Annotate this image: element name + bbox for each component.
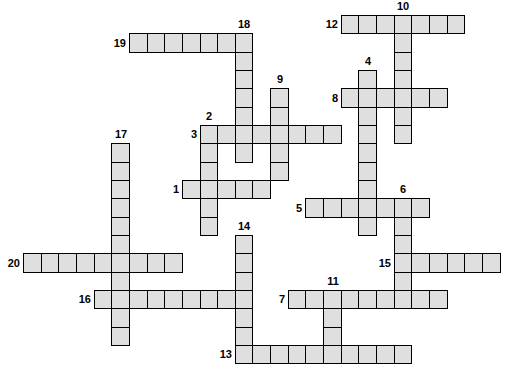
crossword-cell[interactable] <box>288 125 306 144</box>
crossword-cell[interactable] <box>482 253 501 273</box>
crossword-cell[interactable] <box>94 253 112 273</box>
crossword-cell[interactable] <box>323 327 342 346</box>
crossword-cell[interactable] <box>200 125 218 144</box>
crossword-cell[interactable] <box>235 235 253 254</box>
crossword-cell[interactable] <box>394 198 412 218</box>
crossword-cell[interactable] <box>411 290 430 309</box>
clue-number: 15 <box>351 253 391 273</box>
crossword-cell[interactable] <box>94 290 112 309</box>
crossword-cell[interactable] <box>200 180 218 199</box>
crossword-cell[interactable] <box>270 162 289 181</box>
crossword-cell[interactable] <box>394 52 412 71</box>
crossword-cell[interactable] <box>111 290 130 309</box>
clue-number: 14 <box>224 220 264 233</box>
crossword-cell[interactable] <box>235 33 253 53</box>
crossword-cell[interactable] <box>376 15 395 34</box>
crossword-cell[interactable] <box>182 33 201 53</box>
crossword-cell[interactable] <box>394 107 412 126</box>
crossword-cell[interactable] <box>252 125 271 144</box>
crossword-cell[interactable] <box>411 88 430 108</box>
crossword-cell[interactable] <box>394 70 412 89</box>
crossword-cell[interactable] <box>252 180 271 199</box>
clue-number: 1 <box>139 180 179 199</box>
crossword-cell[interactable] <box>411 198 430 218</box>
clue-number: 10 <box>383 0 423 13</box>
crossword-cell[interactable] <box>217 290 236 309</box>
crossword-cell[interactable] <box>235 272 253 291</box>
crossword-cell[interactable] <box>411 15 430 34</box>
crossword-cell[interactable] <box>358 70 377 89</box>
crossword-cell[interactable] <box>111 162 130 181</box>
crossword-cell[interactable] <box>394 217 412 236</box>
crossword-cell[interactable] <box>447 15 465 34</box>
crossword-cell[interactable] <box>358 345 377 364</box>
crossword-cell[interactable] <box>200 198 218 218</box>
crossword-cell[interactable] <box>394 33 412 53</box>
crossword-cell[interactable] <box>394 345 412 364</box>
crossword-cell[interactable] <box>111 180 130 199</box>
crossword-cell[interactable] <box>341 290 359 309</box>
crossword-cell[interactable] <box>376 345 395 364</box>
crossword-cell[interactable] <box>341 198 359 218</box>
clue-number: 4 <box>348 55 388 68</box>
crossword-cell[interactable] <box>323 345 342 364</box>
crossword-cell[interactable] <box>111 308 130 328</box>
crossword-cell[interactable] <box>323 125 342 144</box>
crossword-cell[interactable] <box>358 180 377 199</box>
crossword-cell[interactable] <box>200 217 218 236</box>
crossword-cell[interactable] <box>270 143 289 163</box>
crossword-cell[interactable] <box>235 70 253 89</box>
clue-number: 13 <box>192 345 232 364</box>
crossword-cell[interactable] <box>323 290 342 309</box>
crossword-cell[interactable] <box>305 198 324 218</box>
crossword-cell[interactable] <box>41 253 59 273</box>
crossword-cell[interactable] <box>464 253 483 273</box>
crossword-cell[interactable] <box>270 88 289 108</box>
crossword-cell[interactable] <box>305 345 324 364</box>
clue-number: 2 <box>189 110 229 123</box>
crossword-cell[interactable] <box>164 253 183 273</box>
crossword-cell[interactable] <box>76 253 95 273</box>
crossword-cell[interactable] <box>394 253 412 273</box>
crossword-cell[interactable] <box>164 33 183 53</box>
crossword-cell[interactable] <box>376 88 395 108</box>
crossword-cell[interactable] <box>23 253 42 273</box>
crossword-cell[interactable] <box>200 290 218 309</box>
crossword-cell[interactable] <box>358 217 377 236</box>
crossword-cell[interactable] <box>429 88 448 108</box>
crossword-cell[interactable] <box>305 125 324 144</box>
crossword-cell[interactable] <box>288 290 306 309</box>
clue-number: 17 <box>101 128 141 141</box>
crossword-cell[interactable] <box>429 290 448 309</box>
crossword-cell[interactable] <box>394 15 412 34</box>
crossword-cell[interactable] <box>235 180 253 199</box>
clue-number: 19 <box>86 33 126 53</box>
crossword-cell[interactable] <box>217 180 236 199</box>
crossword-cell[interactable] <box>394 290 412 309</box>
clue-number: 8 <box>298 88 338 108</box>
crossword-cell[interactable] <box>111 327 130 346</box>
crossword-cell[interactable] <box>358 107 377 126</box>
crossword-cell[interactable] <box>305 290 324 309</box>
crossword-cell[interactable] <box>164 290 183 309</box>
crossword-cell[interactable] <box>217 33 236 53</box>
clue-number: 16 <box>51 290 91 309</box>
crossword-cell[interactable] <box>111 253 130 273</box>
crossword-cell[interactable] <box>235 107 253 126</box>
crossword-cell[interactable] <box>358 162 377 181</box>
crossword-cell[interactable] <box>252 345 271 364</box>
crossword-cell[interactable] <box>200 33 218 53</box>
crossword-cell[interactable] <box>358 15 377 34</box>
crossword-cell[interactable] <box>235 125 253 144</box>
crossword-cell[interactable] <box>200 162 218 181</box>
crossword-cell[interactable] <box>376 198 395 218</box>
crossword-cell[interactable] <box>358 88 377 108</box>
crossword-cell[interactable] <box>235 290 253 309</box>
crossword-cell[interactable] <box>111 198 130 218</box>
crossword-cell[interactable] <box>111 235 130 254</box>
crossword-cell[interactable] <box>147 33 165 53</box>
crossword-cell[interactable] <box>394 272 412 291</box>
crossword-board: 1234567891011121314151617181920 <box>0 0 522 392</box>
clue-number: 20 <box>0 253 20 273</box>
crossword-cell[interactable] <box>58 253 77 273</box>
crossword-cell[interactable] <box>429 253 448 273</box>
crossword-cell[interactable] <box>182 180 201 199</box>
clue-number: 5 <box>262 198 302 218</box>
crossword-cell[interactable] <box>270 125 289 144</box>
crossword-cell[interactable] <box>323 308 342 328</box>
clue-number: 11 <box>313 275 353 288</box>
clue-number: 6 <box>383 183 423 196</box>
crossword-cell[interactable] <box>129 253 148 273</box>
crossword-cell[interactable] <box>235 327 253 346</box>
crossword-cell[interactable] <box>235 308 253 328</box>
clue-number: 3 <box>157 125 197 144</box>
crossword-cell[interactable] <box>447 253 465 273</box>
crossword-cell[interactable] <box>429 15 448 34</box>
crossword-cell[interactable] <box>376 290 395 309</box>
crossword-cell[interactable] <box>235 345 253 364</box>
crossword-cell[interactable] <box>235 88 253 108</box>
clue-number: 12 <box>298 15 338 34</box>
crossword-cell[interactable] <box>111 272 130 291</box>
crossword-cell[interactable] <box>394 88 412 108</box>
crossword-cell[interactable] <box>341 345 359 364</box>
crossword-cell[interactable] <box>323 198 342 218</box>
clue-number: 18 <box>224 18 264 31</box>
crossword-cell[interactable] <box>111 143 130 163</box>
crossword-cell[interactable] <box>358 198 377 218</box>
crossword-cell[interactable] <box>235 52 253 71</box>
crossword-cell[interactable] <box>147 253 165 273</box>
crossword-cell[interactable] <box>217 125 236 144</box>
crossword-cell[interactable] <box>411 253 430 273</box>
crossword-cell[interactable] <box>200 143 218 163</box>
crossword-cell[interactable] <box>341 88 359 108</box>
crossword-cell[interactable] <box>288 345 306 364</box>
crossword-cell[interactable] <box>182 290 201 309</box>
crossword-cell[interactable] <box>147 290 165 309</box>
crossword-cell[interactable] <box>235 143 253 163</box>
crossword-cell[interactable] <box>358 125 377 144</box>
clue-number: 9 <box>260 73 300 86</box>
crossword-cell[interactable] <box>129 33 148 53</box>
crossword-cell[interactable] <box>394 235 412 254</box>
crossword-cell[interactable] <box>394 125 412 144</box>
crossword-cell[interactable] <box>358 290 377 309</box>
crossword-cell[interactable] <box>111 217 130 236</box>
crossword-cell[interactable] <box>129 290 148 309</box>
crossword-cell[interactable] <box>358 143 377 163</box>
crossword-cell[interactable] <box>235 253 253 273</box>
crossword-cell[interactable] <box>341 15 359 34</box>
crossword-cell[interactable] <box>270 107 289 126</box>
crossword-cell[interactable] <box>270 345 289 364</box>
